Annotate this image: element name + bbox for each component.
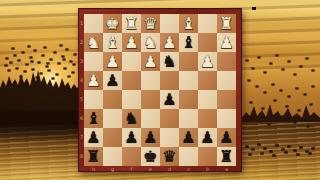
square-h7[interactable]: ♟ bbox=[84, 128, 103, 147]
square-e4[interactable] bbox=[141, 71, 160, 90]
piece-bR-h8[interactable]: ♜ bbox=[84, 147, 103, 166]
piece-bR-a8[interactable]: ♜ bbox=[217, 147, 236, 166]
piece-bN-f6[interactable]: ♞ bbox=[122, 109, 141, 128]
square-b3[interactable]: ♟ bbox=[198, 52, 217, 71]
piece-wN-h2[interactable]: ♞ bbox=[84, 33, 103, 52]
coord-file-e: e bbox=[141, 166, 160, 172]
piece-wN-e2[interactable]: ♞ bbox=[141, 33, 160, 52]
square-g6[interactable] bbox=[103, 109, 122, 128]
square-h4[interactable]: ♟ bbox=[84, 71, 103, 90]
square-c3[interactable] bbox=[179, 52, 198, 71]
square-h1[interactable] bbox=[84, 14, 103, 33]
piece-wB-c1[interactable]: ♝ bbox=[179, 14, 198, 33]
square-a1[interactable]: ♜ bbox=[217, 14, 236, 33]
coord-file-h: h bbox=[84, 166, 103, 172]
square-h2[interactable]: ♞ bbox=[84, 33, 103, 52]
square-d1[interactable] bbox=[160, 14, 179, 33]
piece-wR-f1[interactable]: ♜ bbox=[122, 14, 141, 33]
square-a8[interactable]: ♜ bbox=[217, 147, 236, 166]
piece-wP-g3[interactable]: ♟ bbox=[103, 52, 122, 71]
birds-on-water bbox=[0, 0, 2, 1]
square-f1[interactable]: ♜ bbox=[122, 14, 141, 33]
square-f2[interactable]: ♟ bbox=[122, 33, 141, 52]
chess-board: ♚♜♛♝♜♞♝♟♞♟♝♟♟♟♞♟♟♟♟♝♞♟♟♟♟♟♟♜♚♛♜ 12345678… bbox=[79, 9, 241, 171]
square-b7[interactable]: ♟ bbox=[198, 128, 217, 147]
square-f5[interactable] bbox=[122, 90, 141, 109]
square-b2[interactable] bbox=[198, 33, 217, 52]
square-g2[interactable]: ♝ bbox=[103, 33, 122, 52]
piece-bP-d5[interactable]: ♟ bbox=[160, 90, 179, 109]
square-f6[interactable]: ♞ bbox=[122, 109, 141, 128]
coord-file-c: c bbox=[179, 166, 198, 172]
coord-file-a: a bbox=[217, 166, 236, 172]
square-e6[interactable] bbox=[141, 109, 160, 128]
square-b6[interactable] bbox=[198, 109, 217, 128]
piece-wB-g2[interactable]: ♝ bbox=[103, 33, 122, 52]
square-g3[interactable]: ♟ bbox=[103, 52, 122, 71]
coord-file-f: f bbox=[122, 166, 141, 172]
square-g5[interactable] bbox=[103, 90, 122, 109]
square-g4[interactable]: ♟ bbox=[103, 71, 122, 90]
square-c4[interactable] bbox=[179, 71, 198, 90]
piece-bP-a7[interactable]: ♟ bbox=[217, 128, 236, 147]
piece-wR-a1[interactable]: ♜ bbox=[217, 14, 236, 33]
square-c1[interactable]: ♝ bbox=[179, 14, 198, 33]
square-g1[interactable]: ♚ bbox=[103, 14, 122, 33]
square-e8[interactable]: ♚ bbox=[141, 147, 160, 166]
piece-bQ-d8[interactable]: ♛ bbox=[160, 147, 179, 166]
square-c5[interactable] bbox=[179, 90, 198, 109]
square-h5[interactable] bbox=[84, 90, 103, 109]
piece-bB-h6[interactable]: ♝ bbox=[84, 109, 103, 128]
square-a5[interactable] bbox=[217, 90, 236, 109]
square-d7[interactable] bbox=[160, 128, 179, 147]
square-d8[interactable]: ♛ bbox=[160, 147, 179, 166]
square-f4[interactable] bbox=[122, 71, 141, 90]
square-e5[interactable] bbox=[141, 90, 160, 109]
square-a3[interactable] bbox=[217, 52, 236, 71]
square-a4[interactable] bbox=[217, 71, 236, 90]
square-d3[interactable]: ♞ bbox=[160, 52, 179, 71]
square-b8[interactable] bbox=[198, 147, 217, 166]
piece-wK-g1[interactable]: ♚ bbox=[103, 14, 122, 33]
square-g8[interactable] bbox=[103, 147, 122, 166]
piece-bP-e7[interactable]: ♟ bbox=[141, 128, 160, 147]
square-e2[interactable]: ♞ bbox=[141, 33, 160, 52]
square-d4[interactable] bbox=[160, 71, 179, 90]
piece-bP-c7[interactable]: ♟ bbox=[179, 128, 198, 147]
square-c7[interactable]: ♟ bbox=[179, 128, 198, 147]
square-f3[interactable] bbox=[122, 52, 141, 71]
coord-file-d: d bbox=[160, 166, 179, 172]
square-c8[interactable] bbox=[179, 147, 198, 166]
square-b1[interactable] bbox=[198, 14, 217, 33]
piece-wP-a2[interactable]: ♟ bbox=[217, 33, 236, 52]
piece-wQ-e1[interactable]: ♛ bbox=[141, 14, 160, 33]
piece-wP-f2[interactable]: ♟ bbox=[122, 33, 141, 52]
piece-wP-b3[interactable]: ♟ bbox=[198, 52, 217, 71]
piece-bP-h7[interactable]: ♟ bbox=[84, 128, 103, 147]
square-a2[interactable]: ♟ bbox=[217, 33, 236, 52]
treeline-right bbox=[242, 96, 320, 122]
scene: ♚♜♛♝♜♞♝♟♞♟♝♟♟♟♞♟♟♟♟♝♞♟♟♟♟♟♟♜♚♛♜ 12345678… bbox=[0, 0, 320, 180]
square-h6[interactable]: ♝ bbox=[84, 109, 103, 128]
square-e1[interactable]: ♛ bbox=[141, 14, 160, 33]
piece-bK-e8[interactable]: ♚ bbox=[141, 147, 160, 166]
square-c6[interactable] bbox=[179, 109, 198, 128]
square-a6[interactable] bbox=[217, 109, 236, 128]
square-d5[interactable]: ♟ bbox=[160, 90, 179, 109]
square-g7[interactable] bbox=[103, 128, 122, 147]
square-c2[interactable]: ♝ bbox=[179, 33, 198, 52]
square-d6[interactable] bbox=[160, 109, 179, 128]
piece-bP-g4[interactable]: ♟ bbox=[103, 71, 122, 90]
square-h3[interactable] bbox=[84, 52, 103, 71]
piece-wP-d2[interactable]: ♟ bbox=[160, 33, 179, 52]
piece-bN-d3[interactable]: ♞ bbox=[160, 52, 179, 71]
coord-file-b: b bbox=[198, 166, 217, 172]
square-e3[interactable]: ♟ bbox=[141, 52, 160, 71]
board-grid: ♚♜♛♝♜♞♝♟♞♟♝♟♟♟♞♟♟♟♟♝♞♟♟♟♟♟♟♜♚♛♜ bbox=[84, 14, 236, 166]
square-h8[interactable]: ♜ bbox=[84, 147, 103, 166]
square-f8[interactable] bbox=[122, 147, 141, 166]
square-e7[interactable]: ♟ bbox=[141, 128, 160, 147]
piece-bP-b7[interactable]: ♟ bbox=[198, 128, 217, 147]
coord-file-g: g bbox=[103, 166, 122, 172]
square-b5[interactable] bbox=[198, 90, 217, 109]
piece-wP-h4[interactable]: ♟ bbox=[84, 71, 103, 90]
square-d2[interactable]: ♟ bbox=[160, 33, 179, 52]
piece-wP-e3[interactable]: ♟ bbox=[141, 52, 160, 71]
piece-bB-c2[interactable]: ♝ bbox=[179, 33, 198, 52]
square-b4[interactable] bbox=[198, 71, 217, 90]
square-f7[interactable]: ♟ bbox=[122, 128, 141, 147]
square-a7[interactable]: ♟ bbox=[217, 128, 236, 147]
piece-bP-f7[interactable]: ♟ bbox=[122, 128, 141, 147]
